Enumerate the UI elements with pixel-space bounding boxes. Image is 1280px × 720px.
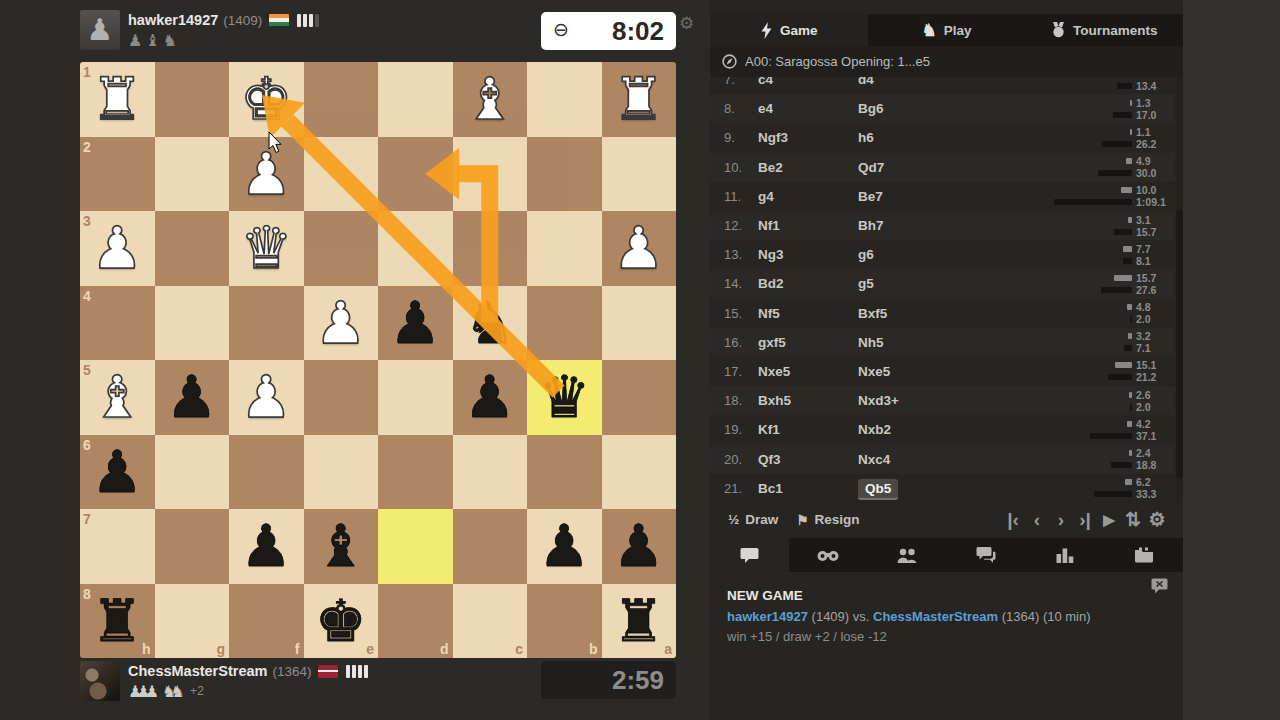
move-number: 13. xyxy=(724,247,758,262)
black-move-g5[interactable]: g5 xyxy=(858,276,958,291)
bottom-captured-pieces: ♟♟♟♞♞+2 xyxy=(128,682,370,700)
games-folder-icon xyxy=(1134,547,1154,563)
move-list[interactable]: 7.c4d413.48.e4Bg61.317.09.Ngf3h61.126.21… xyxy=(710,77,1175,503)
black-player-link[interactable]: ChessMasterStream xyxy=(873,609,998,624)
new-game-title: NEW GAME xyxy=(727,588,1183,603)
knight-icon: ♞ xyxy=(921,20,936,40)
black-clock-time: 2:59 xyxy=(612,665,664,696)
draw-button[interactable]: ½ Draw xyxy=(728,512,778,527)
white-move-Kf1[interactable]: Kf1 xyxy=(758,422,858,437)
move-number: 17. xyxy=(724,364,758,379)
move-number: 9. xyxy=(724,130,758,145)
bottom-player-name[interactable]: ChessMasterStream xyxy=(128,663,267,679)
black-pawn-b7[interactable]: ♟ xyxy=(527,509,602,584)
b-move-time: 8.1 xyxy=(1123,255,1169,267)
square-g5[interactable]: ♟ xyxy=(155,360,230,435)
square-f5[interactable]: ♟ xyxy=(229,360,304,435)
square-b8[interactable]: b xyxy=(527,584,602,659)
black-clock: 2:59 xyxy=(541,661,676,699)
w-move-time: 2.4 xyxy=(1111,447,1169,459)
white-move-Bxh5[interactable]: Bxh5 xyxy=(758,393,858,408)
move-row-12: 12.Nf1Bh73.115.7 xyxy=(710,211,1175,240)
india-flag-icon xyxy=(269,14,289,27)
black-move-Bg6[interactable]: Bg6 xyxy=(858,101,958,116)
tab-chat-rooms[interactable] xyxy=(946,538,1025,572)
clock-pause-icon: ⊖ xyxy=(553,18,569,41)
square-a8[interactable]: a♜ xyxy=(602,584,677,659)
go-last-move-button[interactable]: ›| xyxy=(1073,509,1097,531)
move-number: 8. xyxy=(724,101,758,116)
white-clock-time: 8:02 xyxy=(612,16,664,47)
square-h2[interactable]: 2 xyxy=(80,137,155,212)
w-move-time: 4.2 xyxy=(1090,418,1169,430)
square-b3[interactable] xyxy=(527,211,602,286)
game-controls: ½ Draw ⚑ Resign |‹ ‹ › ›| ▶ ⇅ ⚙ xyxy=(710,503,1183,536)
black-pawn-c5[interactable]: ♟ xyxy=(453,360,528,435)
file-label: f xyxy=(295,641,300,657)
square-c4[interactable]: ♞ xyxy=(453,286,528,361)
square-a5[interactable] xyxy=(602,360,677,435)
black-king-e8[interactable]: ♚ xyxy=(304,584,379,659)
b-move-time: 26.2 xyxy=(1102,138,1169,150)
move-row-21: 21.Bc1Qb56.233.3 xyxy=(710,474,1175,503)
move-row-17: 17.Nxe5Nxe515.121.2 xyxy=(710,357,1175,386)
square-h1[interactable]: 1♜ xyxy=(80,62,155,137)
w-move-time: 10.0 xyxy=(1054,184,1169,196)
square-e4[interactable]: ♟ xyxy=(304,286,379,361)
black-rook-a8[interactable]: ♜ xyxy=(602,584,677,659)
half-point-icon: ½ xyxy=(728,512,739,527)
black-move-Be7[interactable]: Be7 xyxy=(858,189,958,204)
white-player-link[interactable]: hawker14927 xyxy=(727,609,808,624)
black-rook-h8[interactable]: ♜ xyxy=(80,584,155,659)
square-h8[interactable]: 8h♜ xyxy=(80,584,155,659)
square-g4[interactable] xyxy=(155,286,230,361)
board-settings-gear-icon[interactable]: ⚙ xyxy=(679,13,694,34)
square-g3[interactable] xyxy=(155,211,230,286)
black-move-Bxf5[interactable]: Bxf5 xyxy=(858,306,958,321)
rating-change-preview: win +15 / draw +2 / lose -12 xyxy=(727,629,1183,644)
move-row-8: 8.e4Bg61.317.0 xyxy=(710,94,1175,123)
square-f7[interactable]: ♟ xyxy=(229,509,304,584)
white-clock: ⊖ 8:02 xyxy=(541,12,676,50)
square-e2[interactable] xyxy=(304,137,379,212)
square-c6[interactable] xyxy=(453,435,528,510)
b-move-time: 17.0 xyxy=(1113,109,1169,121)
white-move-Bd2[interactable]: Bd2 xyxy=(758,276,858,291)
go-next-move-button[interactable]: › xyxy=(1049,509,1073,531)
square-b5[interactable]: ♛ xyxy=(527,360,602,435)
b-move-time: 7.1 xyxy=(1124,342,1169,354)
square-g8[interactable]: g xyxy=(155,584,230,659)
square-e7[interactable]: ♝ xyxy=(304,509,379,584)
white-pawn-f5[interactable]: ♟ xyxy=(229,360,304,435)
tab-standings[interactable] xyxy=(1025,538,1104,572)
top-captured-pieces: ♟♝♞ xyxy=(128,31,321,49)
black-pawn-a7[interactable]: ♟ xyxy=(602,509,677,584)
move-row-20: 20.Qf3Nxc42.418.8 xyxy=(710,444,1175,473)
square-h3[interactable]: 3♟ xyxy=(80,211,155,286)
move-row-18: 18.Bxh5Nxd3+2.62.0 xyxy=(710,386,1175,415)
new-game-panel: NEW GAME hawker14927 (1409) vs. ChessMas… xyxy=(710,572,1183,720)
b-move-time: 13.4 xyxy=(1117,80,1169,92)
square-b6[interactable] xyxy=(527,435,602,510)
square-d7[interactable] xyxy=(378,509,453,584)
b-move-time: 33.3 xyxy=(1094,488,1169,500)
b-move-time: 2.0 xyxy=(1129,401,1169,413)
square-d4[interactable]: ♟ xyxy=(378,286,453,361)
square-c3[interactable] xyxy=(453,211,528,286)
square-b4[interactable] xyxy=(527,286,602,361)
square-d1[interactable] xyxy=(378,62,453,137)
top-player-rating: (1409) xyxy=(223,13,262,28)
black-queen-b5[interactable]: ♛ xyxy=(527,360,602,435)
black-pawn-g5[interactable]: ♟ xyxy=(155,360,230,435)
tab-tournaments[interactable]: Tournaments xyxy=(1025,14,1183,46)
game-panel: Game ♞ Play Tournaments A00: Saragossa O… xyxy=(710,0,1183,720)
square-h7[interactable]: 7 xyxy=(80,509,155,584)
square-f6[interactable] xyxy=(229,435,304,510)
resign-button[interactable]: ⚑ Resign xyxy=(796,512,859,528)
white-rook-a1[interactable]: ♜ xyxy=(602,62,677,137)
move-row-11: 11.g4Be710.01:09.1 xyxy=(710,182,1175,211)
w-move-time: 3.2 xyxy=(1124,330,1169,342)
black-move-Nxd3+[interactable]: Nxd3+ xyxy=(858,393,958,408)
top-player-avatar[interactable]: ♟ xyxy=(80,10,120,50)
black-move-g6[interactable]: g6 xyxy=(858,247,958,262)
white-move-Nf1[interactable]: Nf1 xyxy=(758,218,858,233)
rank-label: 7 xyxy=(83,511,91,527)
material-advantage: +2 xyxy=(190,684,204,698)
lightning-icon xyxy=(760,22,773,39)
chat-bubble-icon xyxy=(740,547,759,564)
panel-settings-gear-icon[interactable]: ⚙ xyxy=(1145,509,1169,531)
go-first-move-button[interactable]: |‹ xyxy=(1001,509,1025,531)
tab-players[interactable] xyxy=(868,538,947,572)
b-move-time: 30.0 xyxy=(1098,167,1169,179)
move-number: 7. xyxy=(724,77,758,87)
square-c8[interactable]: c xyxy=(453,584,528,659)
move-number: 19. xyxy=(724,422,758,437)
opening-name: A00: Saragossa Opening: 1...e5 xyxy=(745,54,930,69)
move-row-10: 10.Be2Qd74.930.0 xyxy=(710,153,1175,182)
w-move-time: 1.3 xyxy=(1113,97,1169,109)
w-move-time: 7.7 xyxy=(1123,243,1169,255)
resign-flag-icon: ⚑ xyxy=(796,512,808,528)
square-h6[interactable]: 6♟ xyxy=(80,435,155,510)
black-move-Nxb2[interactable]: Nxb2 xyxy=(858,422,958,437)
b-move-time: 1:09.1 xyxy=(1054,196,1169,208)
file-label: c xyxy=(515,641,523,657)
white-pawn-e4[interactable]: ♟ xyxy=(304,286,379,361)
page-background-strip xyxy=(1183,0,1280,720)
square-c7[interactable] xyxy=(453,509,528,584)
white-pawn-f2[interactable]: ♟ xyxy=(229,137,304,212)
move-row-9: 9.Ngf3h61.126.2 xyxy=(710,123,1175,152)
b-move-time: 27.6 xyxy=(1101,284,1169,296)
b-move-time: 21.2 xyxy=(1108,371,1169,383)
binoculars-icon xyxy=(817,548,839,562)
rank-label: 4 xyxy=(83,288,91,304)
latvia-flag-icon xyxy=(318,665,338,678)
white-pawn-h3[interactable]: ♟ xyxy=(80,211,155,286)
w-move-time: 3.1 xyxy=(1114,214,1169,226)
square-f1[interactable]: ♚ xyxy=(229,62,304,137)
b-move-time: 37.1 xyxy=(1090,430,1169,442)
white-move-Qf3[interactable]: Qf3 xyxy=(758,452,858,467)
move-number: 14. xyxy=(724,276,758,291)
b-move-time: 18.8 xyxy=(1111,459,1169,471)
w-move-time: 4.9 xyxy=(1098,155,1169,167)
flip-board-button[interactable]: ⇅ xyxy=(1121,509,1145,531)
move-row-15: 15.Nf5Bxf54.82.0 xyxy=(710,299,1175,328)
tab-spectators[interactable] xyxy=(789,538,868,572)
connection-signal-icon xyxy=(297,14,321,27)
square-g1[interactable] xyxy=(155,62,230,137)
white-pawn-a3[interactable]: ♟ xyxy=(602,211,677,286)
square-f3[interactable]: ♛ xyxy=(229,211,304,286)
top-player-name[interactable]: hawker14927 xyxy=(128,12,218,28)
black-pawn-d4[interactable]: ♟ xyxy=(378,286,453,361)
players-icon xyxy=(897,548,917,563)
square-e1[interactable] xyxy=(304,62,379,137)
chess-board[interactable]: 1♜♚♝♜2♟3♟♛♟4♟♟♞5♝♟♟♟♛6♟7♟♝♟♟8h♜gfe♚dcba♜ xyxy=(80,62,676,658)
rank-label: 2 xyxy=(83,139,91,155)
move-number: 18. xyxy=(724,393,758,408)
square-a4[interactable] xyxy=(602,286,677,361)
black-move-Nxe5[interactable]: Nxe5 xyxy=(858,364,958,379)
square-e5[interactable] xyxy=(304,360,379,435)
square-d8[interactable]: d xyxy=(378,584,453,659)
white-move-Bc1[interactable]: Bc1 xyxy=(758,481,858,496)
white-king-f1[interactable]: ♚ xyxy=(229,62,304,137)
bottom-player-rating: (1364) xyxy=(272,664,311,679)
white-rook-h1[interactable]: ♜ xyxy=(80,62,155,137)
move-row-16: 16.gxf5Nh53.27.1 xyxy=(710,328,1175,357)
square-a6[interactable] xyxy=(602,435,677,510)
square-d3[interactable] xyxy=(378,211,453,286)
square-d6[interactable] xyxy=(378,435,453,510)
w-move-time: 4.8 xyxy=(1127,301,1169,313)
medal-icon xyxy=(1051,22,1066,38)
square-h5[interactable]: 5♝ xyxy=(80,360,155,435)
panel-tabbar: Game ♞ Play Tournaments xyxy=(710,14,1183,46)
chat-rooms-icon xyxy=(976,547,996,563)
tab-play[interactable]: ♞ Play xyxy=(868,14,1026,46)
podium-icon xyxy=(1056,548,1074,563)
square-b7[interactable]: ♟ xyxy=(527,509,602,584)
move-list-scrollbar[interactable] xyxy=(1176,77,1183,503)
white-move-Ngf3[interactable]: Ngf3 xyxy=(758,130,858,145)
square-d5[interactable] xyxy=(378,360,453,435)
black-move-Qd7[interactable]: Qd7 xyxy=(858,160,958,175)
black-pawn-h6[interactable]: ♟ xyxy=(80,435,155,510)
white-bishop-c1[interactable]: ♝ xyxy=(453,62,528,137)
mute-chat-icon[interactable] xyxy=(1151,578,1168,594)
white-move-c4[interactable]: c4 xyxy=(758,77,858,87)
opening-book-icon xyxy=(722,54,737,69)
tab-chat[interactable] xyxy=(710,538,789,572)
white-move-e4[interactable]: e4 xyxy=(758,101,858,116)
move-row-14: 14.Bd2g515.727.6 xyxy=(710,269,1175,298)
w-move-time: 2.6 xyxy=(1129,389,1169,401)
white-bishop-h5[interactable]: ♝ xyxy=(80,360,155,435)
black-move-h6[interactable]: h6 xyxy=(858,130,958,145)
white-queen-f3[interactable]: ♛ xyxy=(229,211,304,286)
white-move-g4[interactable]: g4 xyxy=(758,189,858,204)
square-e6[interactable] xyxy=(304,435,379,510)
square-g2[interactable] xyxy=(155,137,230,212)
b-move-time: 2.0 xyxy=(1127,313,1169,325)
square-b1[interactable] xyxy=(527,62,602,137)
move-number: 16. xyxy=(724,335,758,350)
black-move-Qb5[interactable]: Qb5 xyxy=(858,481,958,496)
tab-game[interactable]: Game xyxy=(710,14,868,46)
white-move-Nxe5[interactable]: Nxe5 xyxy=(758,364,858,379)
black-move-Nxc4[interactable]: Nxc4 xyxy=(858,452,958,467)
move-row-19: 19.Kf1Nxb24.237.1 xyxy=(710,415,1175,444)
black-bishop-e7[interactable]: ♝ xyxy=(304,509,379,584)
square-f4[interactable] xyxy=(229,286,304,361)
square-a2[interactable] xyxy=(602,137,677,212)
move-number: 10. xyxy=(724,160,758,175)
square-c5[interactable]: ♟ xyxy=(453,360,528,435)
square-f2[interactable]: ♟ xyxy=(229,137,304,212)
autoplay-button[interactable]: ▶ xyxy=(1097,509,1121,531)
square-h4[interactable]: 4 xyxy=(80,286,155,361)
w-move-time: 15.1 xyxy=(1108,359,1169,371)
opening-bar[interactable]: A00: Saragossa Opening: 1...e5 xyxy=(710,46,1183,77)
move-number: 11. xyxy=(724,189,758,204)
square-c2[interactable] xyxy=(453,137,528,212)
black-move-Nh5[interactable]: Nh5 xyxy=(858,335,958,350)
b-move-time: 15.7 xyxy=(1114,226,1169,238)
move-row-13: 13.Ng3g67.78.1 xyxy=(710,240,1175,269)
square-b2[interactable] xyxy=(527,137,602,212)
square-g7[interactable] xyxy=(155,509,230,584)
white-move-Be2[interactable]: Be2 xyxy=(758,160,858,175)
move-row-7: 7.c4d413.4 xyxy=(710,77,1175,94)
square-a3[interactable]: ♟ xyxy=(602,211,677,286)
tab-games-archive[interactable] xyxy=(1104,538,1183,572)
black-pawn-f7[interactable]: ♟ xyxy=(229,509,304,584)
move-number: 15. xyxy=(724,306,758,321)
new-game-matchup: hawker14927 (1409) vs. ChessMasterStream… xyxy=(727,609,1183,624)
scrollbar-thumb[interactable] xyxy=(1176,210,1183,478)
square-f8[interactable]: f xyxy=(229,584,304,659)
move-number: 20. xyxy=(724,452,758,467)
w-move-time: 1.1 xyxy=(1102,126,1169,138)
file-label: g xyxy=(216,641,225,657)
square-d2[interactable] xyxy=(378,137,453,212)
black-knight-c4[interactable]: ♞ xyxy=(453,286,528,361)
move-number: 21. xyxy=(724,481,758,496)
go-previous-move-button[interactable]: ‹ xyxy=(1025,509,1049,531)
move-number: 12. xyxy=(724,218,758,233)
black-move-Bh7[interactable]: Bh7 xyxy=(858,218,958,233)
bottom-player-avatar[interactable] xyxy=(80,661,120,701)
file-label: d xyxy=(440,641,449,657)
square-c1[interactable]: ♝ xyxy=(453,62,528,137)
w-move-time: 6.2 xyxy=(1094,476,1169,488)
file-label: b xyxy=(589,641,598,657)
square-e3[interactable] xyxy=(304,211,379,286)
black-move-d4[interactable]: d4 xyxy=(858,77,958,87)
connection-signal-icon xyxy=(346,665,370,678)
square-g6[interactable] xyxy=(155,435,230,510)
white-move-gxf5[interactable]: gxf5 xyxy=(758,335,858,350)
panel-icon-tabs xyxy=(710,538,1183,572)
square-a1[interactable]: ♜ xyxy=(602,62,677,137)
w-move-time: 15.7 xyxy=(1101,272,1169,284)
white-move-Ng3[interactable]: Ng3 xyxy=(758,247,858,262)
white-move-Nf5[interactable]: Nf5 xyxy=(758,306,858,321)
square-a7[interactable]: ♟ xyxy=(602,509,677,584)
square-e8[interactable]: e♚ xyxy=(304,584,379,659)
